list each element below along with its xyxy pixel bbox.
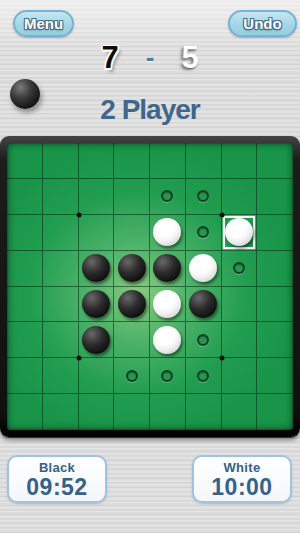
board-cell-a8[interactable] (7, 394, 43, 430)
board-cell-a7[interactable] (7, 358, 43, 394)
score-display: 7 - 5 (0, 40, 300, 74)
menu-button[interactable]: Menu (13, 10, 74, 37)
black-clock-label: Black (9, 461, 105, 475)
board-cell-g1[interactable] (222, 143, 258, 179)
board-cell-b1[interactable] (43, 143, 79, 179)
board-cell-f5[interactable] (186, 287, 222, 323)
star-point (219, 356, 224, 361)
board-cell-h4[interactable] (257, 251, 293, 287)
board-cell-f4[interactable] (186, 251, 222, 287)
board-cell-g4[interactable] (222, 251, 258, 287)
board-cell-d2[interactable] (114, 179, 150, 215)
board-cell-c8[interactable] (79, 394, 115, 430)
board-cell-d3[interactable] (114, 215, 150, 251)
white-disc (153, 326, 181, 354)
black-disc (82, 326, 110, 354)
board-cell-b4[interactable] (43, 251, 79, 287)
white-clock-label: White (194, 461, 290, 475)
board-cell-b6[interactable] (43, 322, 79, 358)
board-cell-c6[interactable] (79, 322, 115, 358)
board-cell-a6[interactable] (7, 322, 43, 358)
board-cell-b2[interactable] (43, 179, 79, 215)
board-cell-d6[interactable] (114, 322, 150, 358)
game-screen: Menu Undo 7 - 5 2 Player Black 09:52 Whi… (0, 0, 300, 533)
board-cell-e1[interactable] (150, 143, 186, 179)
board-cell-e4[interactable] (150, 251, 186, 287)
board-cell-f6[interactable] (186, 322, 222, 358)
board-cell-h1[interactable] (257, 143, 293, 179)
board-cell-f2[interactable] (186, 179, 222, 215)
board-cell-h7[interactable] (257, 358, 293, 394)
board-cell-h8[interactable] (257, 394, 293, 430)
legal-move-hint-g4[interactable] (233, 262, 245, 274)
board-cell-c5[interactable] (79, 287, 115, 323)
board-cell-e5[interactable] (150, 287, 186, 323)
mode-label: 2 Player (0, 94, 300, 126)
star-point (219, 212, 224, 217)
board-frame (0, 136, 300, 437)
board-cell-d1[interactable] (114, 143, 150, 179)
legal-move-hint-e7[interactable] (161, 370, 173, 382)
board-cell-b5[interactable] (43, 287, 79, 323)
board-cell-c3[interactable] (79, 215, 115, 251)
star-point (76, 356, 81, 361)
white-clock: White 10:00 (192, 455, 292, 503)
black-disc (118, 254, 146, 282)
black-disc (153, 254, 181, 282)
board-cell-h3[interactable] (257, 215, 293, 251)
board-cell-c1[interactable] (79, 143, 115, 179)
board-cell-g6[interactable] (222, 322, 258, 358)
board-cell-g8[interactable] (222, 394, 258, 430)
board-cell-e6[interactable] (150, 322, 186, 358)
board-cell-e7[interactable] (150, 358, 186, 394)
score-separator: - (130, 44, 170, 70)
board-cell-a3[interactable] (7, 215, 43, 251)
board-cell-d8[interactable] (114, 394, 150, 430)
board-cell-h2[interactable] (257, 179, 293, 215)
board-cell-h5[interactable] (257, 287, 293, 323)
board-cell-d5[interactable] (114, 287, 150, 323)
board-cell-b3[interactable] (43, 215, 79, 251)
board-cell-a1[interactable] (7, 143, 43, 179)
white-disc (189, 254, 217, 282)
board-cell-d4[interactable] (114, 251, 150, 287)
black-disc (82, 254, 110, 282)
board-cell-f8[interactable] (186, 394, 222, 430)
othello-board (7, 143, 293, 430)
black-score: 7 (90, 42, 130, 73)
board-grid (7, 143, 293, 430)
star-point (76, 212, 81, 217)
black-disc (118, 290, 146, 318)
board-cell-g3[interactable] (222, 215, 258, 251)
legal-move-hint-f6[interactable] (197, 334, 209, 346)
board-cell-e3[interactable] (150, 215, 186, 251)
board-cell-a2[interactable] (7, 179, 43, 215)
legal-move-hint-f7[interactable] (197, 370, 209, 382)
board-cell-e2[interactable] (150, 179, 186, 215)
board-cell-g2[interactable] (222, 179, 258, 215)
board-cell-b7[interactable] (43, 358, 79, 394)
board-cell-f1[interactable] (186, 143, 222, 179)
white-clock-time: 10:00 (194, 475, 290, 499)
board-cell-c2[interactable] (79, 179, 115, 215)
board-cell-f7[interactable] (186, 358, 222, 394)
white-disc (225, 218, 253, 246)
board-cell-b8[interactable] (43, 394, 79, 430)
board-cell-a5[interactable] (7, 287, 43, 323)
legal-move-hint-e2[interactable] (161, 190, 173, 202)
board-cell-a4[interactable] (7, 251, 43, 287)
board-cell-d7[interactable] (114, 358, 150, 394)
board-cell-g5[interactable] (222, 287, 258, 323)
board-cell-c4[interactable] (79, 251, 115, 287)
legal-move-hint-f3[interactable] (197, 226, 209, 238)
undo-button[interactable]: Undo (228, 10, 297, 37)
legal-move-hint-d7[interactable] (126, 370, 138, 382)
board-cell-c7[interactable] (79, 358, 115, 394)
legal-move-hint-f2[interactable] (197, 190, 209, 202)
black-clock: Black 09:52 (7, 455, 107, 503)
board-cell-f3[interactable] (186, 215, 222, 251)
white-disc (153, 290, 181, 318)
black-clock-time: 09:52 (9, 475, 105, 499)
board-cell-h6[interactable] (257, 322, 293, 358)
board-cell-e8[interactable] (150, 394, 186, 430)
white-score: 5 (170, 42, 210, 73)
black-disc (189, 290, 217, 318)
white-disc (153, 218, 181, 246)
black-disc (82, 290, 110, 318)
board-cell-g7[interactable] (222, 358, 258, 394)
